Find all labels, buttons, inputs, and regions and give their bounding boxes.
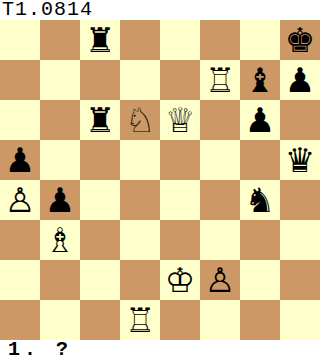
square-a6[interactable] (0, 100, 40, 140)
square-h5[interactable]: ♛ (280, 140, 320, 180)
square-h7[interactable]: ♟ (280, 60, 320, 100)
square-a8[interactable] (0, 20, 40, 60)
square-e1[interactable] (160, 300, 200, 340)
square-g3[interactable] (240, 220, 280, 260)
square-h6[interactable] (280, 100, 320, 140)
square-d7[interactable] (120, 60, 160, 100)
square-d8[interactable] (120, 20, 160, 60)
square-g5[interactable] (240, 140, 280, 180)
white-pawn: ♙ (205, 260, 235, 300)
square-f3[interactable] (200, 220, 240, 260)
square-e4[interactable] (160, 180, 200, 220)
square-c3[interactable] (80, 220, 120, 260)
square-c7[interactable] (80, 60, 120, 100)
square-b6[interactable] (40, 100, 80, 140)
square-e3[interactable] (160, 220, 200, 260)
square-b3[interactable]: ♗ (40, 220, 80, 260)
square-h3[interactable] (280, 220, 320, 260)
square-e8[interactable] (160, 20, 200, 60)
black-pawn: ♟ (245, 100, 275, 140)
white-rook: ♖ (205, 60, 235, 100)
square-a4[interactable]: ♙ (0, 180, 40, 220)
square-h8[interactable]: ♚ (280, 20, 320, 60)
square-c4[interactable] (80, 180, 120, 220)
square-g7[interactable]: ♝ (240, 60, 280, 100)
square-g8[interactable] (240, 20, 280, 60)
square-f8[interactable] (200, 20, 240, 60)
square-b1[interactable] (40, 300, 80, 340)
square-a1[interactable] (0, 300, 40, 340)
square-e7[interactable] (160, 60, 200, 100)
square-c2[interactable] (80, 260, 120, 300)
square-h4[interactable] (280, 180, 320, 220)
square-c8[interactable]: ♜ (80, 20, 120, 60)
square-a7[interactable] (0, 60, 40, 100)
black-king: ♚ (285, 20, 315, 60)
square-h1[interactable] (280, 300, 320, 340)
black-pawn: ♟ (45, 180, 75, 220)
square-d6[interactable]: ♘ (120, 100, 160, 140)
square-f1[interactable] (200, 300, 240, 340)
square-d5[interactable] (120, 140, 160, 180)
square-b5[interactable] (40, 140, 80, 180)
square-f5[interactable] (200, 140, 240, 180)
black-pawn: ♟ (285, 60, 315, 100)
square-b7[interactable] (40, 60, 80, 100)
white-queen: ♕ (165, 100, 195, 140)
square-e5[interactable] (160, 140, 200, 180)
black-rook: ♜ (85, 20, 115, 60)
puzzle-title: T1.0814 (0, 0, 320, 20)
square-d4[interactable] (120, 180, 160, 220)
square-c5[interactable] (80, 140, 120, 180)
square-a5[interactable]: ♟ (0, 140, 40, 180)
square-e6[interactable]: ♕ (160, 100, 200, 140)
square-b4[interactable]: ♟ (40, 180, 80, 220)
square-f4[interactable] (200, 180, 240, 220)
square-f6[interactable] (200, 100, 240, 140)
square-a2[interactable] (0, 260, 40, 300)
square-d1[interactable]: ♖ (120, 300, 160, 340)
white-pawn: ♙ (5, 180, 35, 220)
black-rook: ♜ (85, 100, 115, 140)
square-h2[interactable] (280, 260, 320, 300)
square-g2[interactable] (240, 260, 280, 300)
square-g1[interactable] (240, 300, 280, 340)
black-queen: ♛ (285, 140, 315, 180)
move-prompt: 1. ? (0, 340, 320, 360)
white-rook: ♖ (125, 300, 155, 340)
black-pawn: ♟ (5, 140, 35, 180)
square-g6[interactable]: ♟ (240, 100, 280, 140)
square-g4[interactable]: ♞ (240, 180, 280, 220)
square-c6[interactable]: ♜ (80, 100, 120, 140)
square-e2[interactable]: ♔ (160, 260, 200, 300)
chess-board: ♜♚♖♝♟♜♘♕♟♟♛♙♟♞♗♔♙♖ (0, 20, 320, 340)
black-knight: ♞ (245, 180, 275, 220)
square-a3[interactable] (0, 220, 40, 260)
white-bishop: ♗ (45, 220, 75, 260)
square-f7[interactable]: ♖ (200, 60, 240, 100)
white-knight: ♘ (125, 100, 155, 140)
square-f2[interactable]: ♙ (200, 260, 240, 300)
square-b2[interactable] (40, 260, 80, 300)
square-b8[interactable] (40, 20, 80, 60)
square-d2[interactable] (120, 260, 160, 300)
white-king: ♔ (165, 260, 195, 300)
square-c1[interactable] (80, 300, 120, 340)
black-bishop: ♝ (245, 60, 275, 100)
square-d3[interactable] (120, 220, 160, 260)
